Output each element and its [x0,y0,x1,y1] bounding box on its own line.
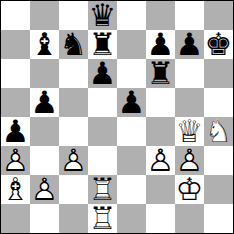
white-pawn-icon: ♟♙ [146,146,175,175]
square-g1[interactable] [175,204,204,233]
square-e4[interactable] [117,117,146,146]
square-d6[interactable]: ♟ [88,59,117,88]
square-h7[interactable]: ♚ [204,30,233,59]
square-b2[interactable]: ♟♙ [30,175,59,204]
white-bishop-icon: ♝♗ [1,175,30,204]
square-a7[interactable] [1,30,30,59]
square-b5[interactable]: ♟ [30,88,59,117]
white-rook-icon: ♜♖ [88,204,117,233]
square-g7[interactable]: ♟ [175,30,204,59]
square-h1[interactable] [204,204,233,233]
square-f5[interactable] [146,88,175,117]
square-e2[interactable] [117,175,146,204]
white-pawn-icon: ♟♙ [59,146,88,175]
square-a2[interactable]: ♝♗ [1,175,30,204]
square-f6[interactable]: ♜ [146,59,175,88]
square-c3[interactable]: ♟♙ [59,146,88,175]
black-pawn-icon: ♟ [175,30,204,59]
square-h2[interactable] [204,175,233,204]
square-e5[interactable]: ♟ [117,88,146,117]
black-pawn-icon: ♟ [88,59,117,88]
square-c1[interactable] [59,204,88,233]
black-pawn-icon: ♟ [30,88,59,117]
black-bishop-icon: ♝ [30,30,59,59]
square-b7[interactable]: ♝ [30,30,59,59]
square-d4[interactable] [88,117,117,146]
square-f1[interactable] [146,204,175,233]
square-g2[interactable]: ♚♔ [175,175,204,204]
square-h4[interactable]: ♞♘ [204,117,233,146]
square-g6[interactable] [175,59,204,88]
square-e1[interactable] [117,204,146,233]
chess-board: ♛♝♞♜♟♟♚♟♜♟♟♟♛♕♞♘♟♙♟♙♟♙♟♙♝♗♟♙♜♖♚♔♜♖ [0,0,234,234]
square-c5[interactable] [59,88,88,117]
white-king-icon: ♚♔ [175,175,204,204]
square-e8[interactable] [117,1,146,30]
square-c2[interactable] [59,175,88,204]
square-e3[interactable] [117,146,146,175]
chess-diagram: ♛♝♞♜♟♟♚♟♜♟♟♟♛♕♞♘♟♙♟♙♟♙♟♙♝♗♟♙♜♖♚♔♜♖ [0,0,234,234]
square-e7[interactable] [117,30,146,59]
black-king-icon: ♚ [204,30,233,59]
black-knight-icon: ♞ [59,30,88,59]
square-b1[interactable] [30,204,59,233]
square-a6[interactable] [1,59,30,88]
square-a8[interactable] [1,1,30,30]
square-h6[interactable] [204,59,233,88]
square-a1[interactable] [1,204,30,233]
square-d5[interactable] [88,88,117,117]
square-c7[interactable]: ♞ [59,30,88,59]
square-c6[interactable] [59,59,88,88]
square-h3[interactable] [204,146,233,175]
square-f2[interactable] [146,175,175,204]
black-rook-icon: ♜ [146,59,175,88]
square-d1[interactable]: ♜♖ [88,204,117,233]
white-knight-icon: ♞♘ [204,117,233,146]
black-pawn-icon: ♟ [117,88,146,117]
square-b4[interactable] [30,117,59,146]
square-f3[interactable]: ♟♙ [146,146,175,175]
white-pawn-icon: ♟♙ [30,175,59,204]
